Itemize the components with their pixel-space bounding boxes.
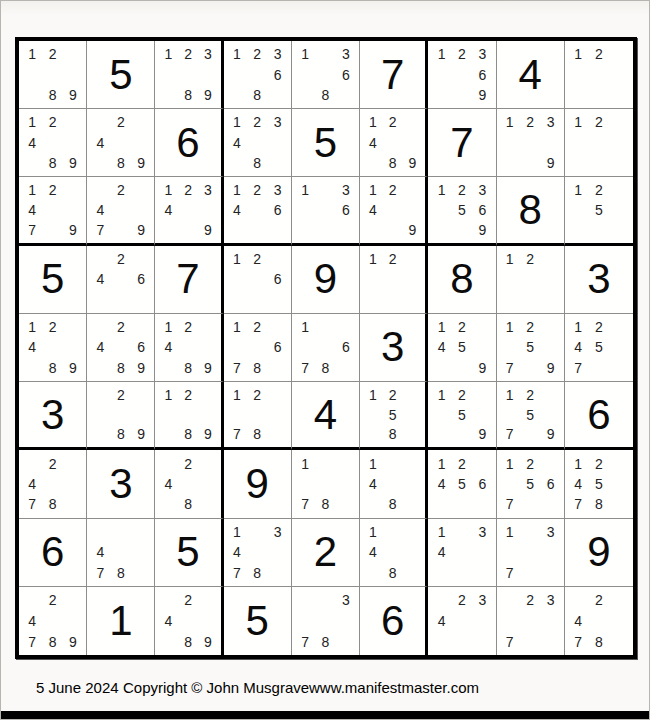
candidate-empty [500,133,520,153]
candidate-empty [247,289,267,309]
pencil-marks: 178 [295,453,356,514]
candidate-empty [315,590,335,611]
cell-r5c8[interactable]: 12579 [497,314,565,382]
candidate-empty [22,85,42,105]
candidate-digit: 1 [295,180,315,200]
pencil-marks: 12457 [568,317,630,378]
cell-r8c6[interactable]: 148 [360,519,428,587]
cell-r8c3[interactable]: 5 [155,519,223,587]
cell-r6c2[interactable]: 289 [87,382,155,450]
cell-r6c1[interactable]: 3 [19,382,87,450]
candidate-empty [295,64,315,84]
candidate-digit: 7 [90,562,110,582]
candidate-empty [500,474,520,494]
cell-r3c1[interactable]: 12479 [19,177,87,245]
cell-r2c6[interactable]: 12489 [360,109,428,177]
cell-r6c3[interactable]: 1289 [155,382,223,450]
candidate-empty [111,220,131,240]
candidate-empty [609,200,630,220]
candidate-digit: 4 [227,200,247,220]
pencil-marks: 12348 [227,112,288,173]
candidate-empty [131,112,151,132]
cell-r2c1[interactable]: 12489 [19,109,87,177]
cell-r2c8[interactable]: 1239 [497,109,565,177]
pencil-marks: 134 [431,522,492,583]
candidate-digit: 8 [42,494,62,514]
candidate-digit: 6 [472,474,492,494]
pencil-marks: 13478 [227,522,288,583]
candidate-empty [267,249,287,269]
cell-r7c2[interactable]: 3 [87,450,155,518]
candidate-empty [431,358,451,378]
candidate-empty [267,562,287,582]
cell-r8c9[interactable]: 9 [565,519,633,587]
cell-r8c7[interactable]: 134 [428,519,496,587]
cell-r7c9[interactable]: 124578 [565,450,633,518]
solved-digit: 1 [87,587,154,655]
candidate-empty [403,562,423,582]
candidate-digit: 8 [589,631,610,652]
candidate-digit: 2 [589,590,610,611]
candidate-empty [589,133,610,153]
candidate-digit: 3 [540,590,560,611]
candidate-digit: 2 [247,317,267,337]
candidate-digit: 5 [452,474,472,494]
candidate-digit: 3 [267,180,287,200]
candidate-empty [247,269,267,289]
cell-r7c1[interactable]: 2478 [19,450,87,518]
candidate-digit: 1 [500,317,520,337]
solved-digit: 3 [19,382,86,447]
cell-r1c7[interactable]: 12369 [428,41,496,109]
candidate-empty [568,590,589,611]
candidate-empty [472,385,492,405]
cell-r9c8[interactable]: 237 [497,587,565,655]
candidate-digit: 2 [178,317,198,337]
pencil-marks: 1368 [295,44,356,105]
pencil-marks: 1258 [363,385,422,444]
candidate-digit: 4 [90,133,110,153]
candidate-digit: 3 [336,590,356,611]
pencil-marks: 12 [500,249,561,310]
cell-r7c3[interactable]: 248 [155,450,223,518]
cell-r7c5[interactable]: 178 [292,450,360,518]
cell-r9c5[interactable]: 378 [292,587,360,655]
cell-r6c7[interactable]: 1259 [428,382,496,450]
candidate-empty [315,200,335,220]
pencil-marks: 1259 [431,385,492,444]
candidate-empty [568,64,589,84]
candidate-empty [90,249,110,269]
candidate-digit: 5 [520,337,540,357]
candidate-empty [158,453,178,473]
candidate-digit: 8 [315,85,335,105]
pencil-marks: 125 [568,180,630,239]
candidate-empty [472,317,492,337]
candidate-digit: 1 [22,180,42,200]
candidate-empty [520,562,540,582]
candidate-empty [247,220,267,240]
cell-r5c2[interactable]: 24689 [87,314,155,382]
candidate-digit: 9 [198,425,218,445]
candidate-digit: 6 [131,269,151,289]
candidate-empty [452,425,472,445]
candidate-empty [247,542,267,562]
candidate-digit: 9 [198,85,218,105]
cell-r3c4[interactable]: 12346 [224,177,292,245]
candidate-empty [198,494,218,514]
candidate-empty [452,64,472,84]
candidate-digit: 3 [472,522,492,542]
candidate-empty [431,590,451,611]
candidate-empty [431,85,451,105]
candidate-digit: 2 [452,180,472,200]
candidate-empty [227,337,247,357]
candidate-empty [609,358,630,378]
candidate-empty [90,522,110,542]
solved-digit: 8 [497,177,564,242]
candidate-digit: 4 [431,337,451,357]
cell-r4c6[interactable]: 12 [360,246,428,314]
cell-r1c3[interactable]: 12389 [155,41,223,109]
candidate-digit: 1 [227,317,247,337]
candidate-empty [267,85,287,105]
cell-r8c2[interactable]: 478 [87,519,155,587]
pencil-marks: 478 [90,522,151,583]
candidate-digit: 1 [363,522,383,542]
solved-digit: 7 [428,109,495,176]
candidate-digit: 9 [63,153,83,173]
candidate-digit: 1 [227,180,247,200]
candidate-digit: 1 [500,453,520,473]
candidate-digit: 6 [540,474,560,494]
candidate-digit: 4 [90,200,110,220]
candidate-digit: 9 [131,220,151,240]
cell-r1c8[interactable]: 4 [497,41,565,109]
candidate-empty [198,385,218,405]
pencil-marks: 12369 [431,44,492,105]
candidate-digit: 2 [247,44,267,64]
candidate-empty [383,453,403,473]
cell-r5c9[interactable]: 12457 [565,314,633,382]
cell-r8c8[interactable]: 137 [497,519,565,587]
cell-r1c1[interactable]: 1289 [19,41,87,109]
cell-r8c5[interactable]: 2 [292,519,360,587]
candidate-empty [178,64,198,84]
candidate-digit: 8 [315,358,335,378]
candidate-digit: 9 [403,153,423,173]
candidate-digit: 4 [363,474,383,494]
candidate-empty [111,200,131,220]
candidate-digit: 1 [568,180,589,200]
cell-r5c3[interactable]: 12489 [155,314,223,382]
candidate-empty [22,358,42,378]
cell-r1c9[interactable]: 12 [565,41,633,109]
candidate-digit: 1 [500,385,520,405]
candidate-empty [363,269,383,289]
candidate-empty [431,405,451,425]
candidate-empty [90,317,110,337]
candidate-empty [336,474,356,494]
cell-r9c6[interactable]: 6 [360,587,428,655]
candidate-empty [247,337,267,357]
cell-r4c1[interactable]: 5 [19,246,87,314]
candidate-digit: 7 [295,358,315,378]
cell-r6c5[interactable]: 4 [292,382,360,450]
candidate-empty [131,289,151,309]
cell-r6c8[interactable]: 12579 [497,382,565,450]
candidate-empty [520,542,540,562]
pencil-marks: 12389 [158,44,217,105]
candidate-digit: 4 [90,337,110,357]
cell-r9c9[interactable]: 2478 [565,587,633,655]
candidate-digit: 7 [295,494,315,514]
cell-r4c3[interactable]: 7 [155,246,223,314]
cell-r5c5[interactable]: 1678 [292,314,360,382]
candidate-empty [90,385,110,405]
candidate-empty [472,562,492,582]
candidate-empty [336,317,356,337]
candidate-digit: 7 [227,425,247,445]
pencil-marks: 1239 [500,112,561,173]
cell-r9c4[interactable]: 5 [224,587,292,655]
candidate-empty [247,405,267,425]
candidate-digit: 1 [295,317,315,337]
cell-r2c9[interactable]: 12 [565,109,633,177]
candidate-digit: 6 [336,337,356,357]
cell-r4c9[interactable]: 3 [565,246,633,314]
candidate-empty [198,405,218,425]
candidate-digit: 8 [111,153,131,173]
candidate-empty [131,180,151,200]
cell-r2c2[interactable]: 2489 [87,109,155,177]
candidate-digit: 3 [198,44,218,64]
candidate-digit: 4 [158,474,178,494]
candidate-digit: 8 [247,358,267,378]
candidate-digit: 2 [42,112,62,132]
candidate-digit: 7 [500,358,520,378]
candidate-empty [540,249,560,269]
pencil-marks: 148 [363,453,422,514]
candidate-empty [520,289,540,309]
candidate-digit: 1 [568,317,589,337]
candidate-digit: 1 [227,44,247,64]
candidate-empty [431,425,451,445]
candidate-empty [267,153,287,173]
candidate-empty [336,611,356,632]
cell-r7c7[interactable]: 12456 [428,450,496,518]
candidate-empty [589,153,610,173]
pencil-marks: 12349 [158,180,217,239]
cell-r6c4[interactable]: 1278 [224,382,292,450]
pencil-marks: 136 [295,180,356,239]
candidate-empty [178,405,198,425]
candidate-empty [158,64,178,84]
cell-r3c2[interactable]: 2479 [87,177,155,245]
cell-r7c4[interactable]: 9 [224,450,292,518]
candidate-empty [363,425,383,445]
cell-r1c6[interactable]: 7 [360,41,428,109]
candidate-digit: 6 [472,64,492,84]
cell-r4c5[interactable]: 9 [292,246,360,314]
candidate-empty [178,474,198,494]
candidate-digit: 4 [363,542,383,562]
candidate-empty [431,631,451,652]
cell-r8c4[interactable]: 13478 [224,519,292,587]
candidate-empty [131,405,151,425]
candidate-empty [452,562,472,582]
candidate-empty [111,269,131,289]
candidate-digit: 2 [452,44,472,64]
candidate-digit: 9 [63,358,83,378]
candidate-digit: 5 [452,337,472,357]
candidate-digit: 2 [42,590,62,611]
cell-r5c7[interactable]: 12459 [428,314,496,382]
cell-r3c3[interactable]: 12349 [155,177,223,245]
cell-r8c1[interactable]: 6 [19,519,87,587]
cell-r4c4[interactable]: 126 [224,246,292,314]
candidate-empty [42,200,62,220]
cell-r3c5[interactable]: 136 [292,177,360,245]
cell-r5c1[interactable]: 12489 [19,314,87,382]
candidate-digit: 7 [22,220,42,240]
candidate-empty [63,64,83,84]
candidate-digit: 8 [315,631,335,652]
candidate-empty [227,153,247,173]
candidate-empty [609,494,630,514]
candidate-empty [267,317,287,337]
candidate-empty [90,358,110,378]
candidate-empty [500,289,520,309]
candidate-empty [158,425,178,445]
candidate-empty [568,153,589,173]
cell-r3c7[interactable]: 123569 [428,177,496,245]
cell-r5c4[interactable]: 12678 [224,314,292,382]
cell-r3c8[interactable]: 8 [497,177,565,245]
candidate-digit: 2 [383,112,403,132]
candidate-empty [383,522,403,542]
candidate-digit: 3 [198,180,218,200]
candidate-digit: 2 [247,249,267,269]
candidate-digit: 9 [540,425,560,445]
cell-r9c2[interactable]: 1 [87,587,155,655]
candidate-empty [609,112,630,132]
candidate-digit: 4 [227,542,247,562]
candidate-empty [131,562,151,582]
candidate-empty [431,494,451,514]
candidate-digit: 7 [500,425,520,445]
cell-r6c6[interactable]: 1258 [360,382,428,450]
candidate-empty [42,64,62,84]
cell-r2c4[interactable]: 12348 [224,109,292,177]
pencil-marks: 12579 [500,385,561,444]
cell-r4c7[interactable]: 8 [428,246,496,314]
candidate-digit: 1 [431,180,451,200]
candidate-empty [540,611,560,632]
candidate-empty [227,85,247,105]
candidate-digit: 1 [295,453,315,473]
pencil-marks: 1249 [363,180,422,239]
cell-r4c8[interactable]: 12 [497,246,565,314]
pencil-marks: 124578 [568,453,630,514]
candidate-digit: 8 [383,562,403,582]
candidate-digit: 2 [452,385,472,405]
candidate-empty [131,249,151,269]
cell-r9c3[interactable]: 2489 [155,587,223,655]
solved-digit: 9 [565,519,633,586]
cell-r9c7[interactable]: 234 [428,587,496,655]
candidate-empty [315,611,335,632]
cell-r1c4[interactable]: 12368 [224,41,292,109]
candidate-digit: 2 [178,590,198,611]
candidate-empty [363,153,383,173]
candidate-empty [198,611,218,632]
candidate-digit: 1 [158,317,178,337]
candidate-empty [520,631,540,652]
pencil-marks: 12489 [363,112,422,173]
solved-digit: 7 [155,246,220,313]
candidate-digit: 4 [568,337,589,357]
candidate-digit: 8 [247,425,267,445]
candidate-digit: 6 [267,337,287,357]
candidate-digit: 9 [131,358,151,378]
cell-r1c2[interactable]: 5 [87,41,155,109]
cell-r6c9[interactable]: 6 [565,382,633,450]
pencil-marks: 12 [568,112,630,173]
candidate-empty [336,358,356,378]
candidate-empty [383,269,403,289]
candidate-empty [63,317,83,337]
candidate-empty [111,405,131,425]
candidate-empty [540,133,560,153]
pencil-marks: 12489 [22,317,83,378]
candidate-digit: 1 [22,112,42,132]
candidate-empty [609,180,630,200]
pencil-marks: 2489 [90,112,151,173]
candidate-digit: 4 [90,269,110,289]
candidate-empty [383,133,403,153]
cell-r3c6[interactable]: 1249 [360,177,428,245]
cell-r9c1[interactable]: 24789 [19,587,87,655]
pencil-marks: 24789 [22,590,83,652]
candidate-empty [609,631,630,652]
candidate-digit: 1 [363,112,383,132]
pencil-marks: 248 [158,453,217,514]
cell-r2c5[interactable]: 5 [292,109,360,177]
cell-r2c7[interactable]: 7 [428,109,496,177]
cell-r1c5[interactable]: 1368 [292,41,360,109]
candidate-empty [363,562,383,582]
candidate-digit: 6 [336,200,356,220]
candidate-empty [42,220,62,240]
candidate-empty [111,522,131,542]
candidate-digit: 5 [589,200,610,220]
cell-r2c3[interactable]: 6 [155,109,223,177]
candidate-digit: 1 [22,44,42,64]
candidate-empty [403,494,423,514]
candidate-empty [90,405,110,425]
cell-r5c6[interactable]: 3 [360,314,428,382]
cell-r4c2[interactable]: 246 [87,246,155,314]
candidate-empty [383,200,403,220]
cell-r7c6[interactable]: 148 [360,450,428,518]
candidate-digit: 2 [42,453,62,473]
candidate-empty [609,64,630,84]
candidate-digit: 8 [111,425,131,445]
candidate-digit: 2 [42,44,62,64]
cell-r7c8[interactable]: 12567 [497,450,565,518]
cell-r3c9[interactable]: 125 [565,177,633,245]
